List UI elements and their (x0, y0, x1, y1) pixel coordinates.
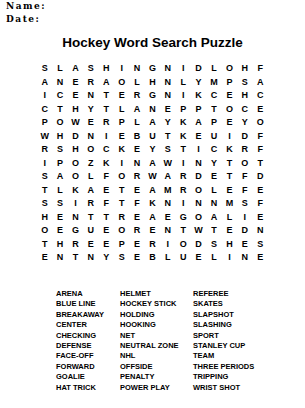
grid-cell: T (114, 184, 129, 198)
word-list-item: WRIST SHOT (193, 383, 283, 393)
grid-cell: E (37, 251, 52, 265)
grid-cell: K (68, 184, 83, 198)
word-list-item: DEFENSE (56, 341, 120, 351)
grid-cell: P (206, 116, 221, 130)
grid-cell: P (114, 116, 129, 130)
grid-cell: E (222, 184, 237, 198)
grid-cell: O (191, 184, 206, 198)
grid-cell: E (114, 130, 129, 144)
grid-cell: T (68, 251, 83, 265)
grid-cell: I (176, 89, 191, 103)
grid-cell: O (237, 157, 252, 171)
grid-cell: I (222, 251, 237, 265)
grid-cell: I (68, 197, 83, 211)
grid-cell: A (37, 76, 52, 90)
grid-cell: H (237, 62, 252, 76)
grid-cell: R (37, 143, 52, 157)
grid-cell: Y (160, 116, 175, 130)
word-list-item: HOCKEY STICK (120, 299, 193, 309)
grid-cell: T (52, 103, 67, 117)
grid-cell: E (99, 184, 114, 198)
grid-cell: N (160, 224, 175, 238)
grid-cell: N (237, 251, 252, 265)
grid-cell: E (160, 103, 175, 117)
grid-cell: E (68, 76, 83, 90)
word-list-item: GOALIE (56, 372, 120, 382)
grid-cell: R (83, 76, 98, 90)
grid-cell: L (114, 103, 129, 117)
grid-cell: N (206, 197, 221, 211)
grid-cell: I (37, 89, 52, 103)
grid-cell: Y (237, 116, 252, 130)
grid-cell: T (222, 157, 237, 171)
word-list-item: TEAM (193, 351, 283, 361)
grid-cell: A (52, 170, 67, 184)
grid-cell: A (160, 170, 175, 184)
word-list-item: NET (120, 331, 193, 341)
grid-cell: T (37, 238, 52, 252)
grid-cell: U (145, 130, 160, 144)
grid-cell: T (99, 89, 114, 103)
grid-cell: I (99, 130, 114, 144)
grid-cell: F (99, 170, 114, 184)
grid-cell: S (114, 251, 129, 265)
grid-cell: G (145, 62, 160, 76)
grid-cell: E (252, 103, 267, 117)
word-list-item: SLASHING (193, 320, 283, 330)
grid-cell: O (222, 103, 237, 117)
grid-cell: I (176, 197, 191, 211)
grid-cell: E (129, 251, 144, 265)
grid-cell: D (191, 62, 206, 76)
grid-cell: U (176, 251, 191, 265)
word-list-item: SKATES (193, 299, 283, 309)
grid-cell: Z (83, 157, 98, 171)
grid-cell: O (83, 143, 98, 157)
grid-cell: E (191, 251, 206, 265)
grid-cell: Y (206, 157, 221, 171)
word-search-grid: SLASHINGNIDLOHFANERAOLHNLYMPSAICENTERGNI… (37, 62, 268, 265)
grid-cell: N (145, 103, 160, 117)
grid-cell: K (176, 116, 191, 130)
word-list-column: ARENABLUE LINEBREAKAWAYCENTERCHECKINGDEF… (56, 289, 120, 393)
grid-cell: E (129, 238, 144, 252)
grid-cell: I (160, 238, 175, 252)
word-list-item: TRIPPING (193, 372, 283, 382)
grid-cell: A (206, 211, 221, 225)
grid-cell: P (191, 103, 206, 117)
grid-cell: E (222, 89, 237, 103)
grid-cell: H (145, 76, 160, 90)
grid-cell: E (160, 211, 175, 225)
grid-cell: R (176, 170, 191, 184)
grid-cell: E (191, 130, 206, 144)
grid-cell: E (206, 170, 221, 184)
grid-cell: I (176, 157, 191, 171)
grid-cell: L (129, 76, 144, 90)
grid-cell: F (252, 130, 267, 144)
grid-cell: E (237, 238, 252, 252)
word-list-item: HOOKING (120, 320, 193, 330)
grid-cell: H (52, 130, 67, 144)
word-list-item: HELMET (120, 289, 193, 299)
grid-cell: P (52, 157, 67, 171)
grid-cell: R (114, 211, 129, 225)
word-list-item: OFFSIDE (120, 362, 193, 372)
grid-cell: N (129, 62, 144, 76)
grid-cell: W (191, 224, 206, 238)
word-list: ARENABLUE LINEBREAKAWAYCENTERCHECKINGDEF… (56, 289, 283, 393)
grid-cell: U (83, 224, 98, 238)
grid-cell: E (222, 116, 237, 130)
word-list-column: REFEREESKATESSLAPSHOTSLASHINGSPORTSTANLE… (193, 289, 283, 393)
grid-cell: D (237, 224, 252, 238)
grid-cell: R (83, 197, 98, 211)
grid-cell: Y (145, 143, 160, 157)
grid-cell: D (191, 170, 206, 184)
grid-cell: A (99, 76, 114, 90)
grid-cell: O (52, 116, 67, 130)
grid-cell: N (160, 62, 175, 76)
grid-cell: L (206, 184, 221, 198)
grid-cell: S (160, 143, 175, 157)
grid-cell: A (145, 184, 160, 198)
grid-cell: R (129, 89, 144, 103)
word-list-item: HAT TRICK (56, 383, 120, 393)
word-list-item: STANLEY CUP (193, 341, 283, 351)
date-label: Date: (6, 14, 40, 24)
grid-cell: E (252, 251, 267, 265)
grid-cell: R (237, 143, 252, 157)
grid-cell: E (129, 211, 144, 225)
grid-cell: M (222, 197, 237, 211)
grid-cell: T (222, 170, 237, 184)
grid-cell: O (176, 238, 191, 252)
grid-cell: L (52, 62, 67, 76)
grid-cell: I (176, 62, 191, 76)
grid-cell: A (83, 184, 98, 198)
grid-cell: U (206, 130, 221, 144)
grid-cell: P (37, 116, 52, 130)
grid-cell: E (83, 116, 98, 130)
grid-cell: N (83, 130, 98, 144)
grid-cell: S (206, 238, 221, 252)
grid-cell: E (114, 89, 129, 103)
grid-cell: C (52, 89, 67, 103)
grid-cell: F (237, 170, 252, 184)
grid-cell: R (68, 238, 83, 252)
grid-cell: E (99, 224, 114, 238)
grid-cell: E (129, 184, 144, 198)
word-list-item: BLUE LINE (56, 299, 120, 309)
grid-cell: L (83, 170, 98, 184)
grid-cell: A (252, 76, 267, 90)
grid-cell: S (52, 197, 67, 211)
grid-cell: S (237, 197, 252, 211)
grid-cell: O (68, 170, 83, 184)
grid-cell: C (206, 143, 221, 157)
grid-cell: C (37, 103, 52, 117)
grid-cell: I (237, 211, 252, 225)
grid-cell: T (206, 103, 221, 117)
word-list-item: NHL (120, 351, 193, 361)
grid-cell: G (68, 224, 83, 238)
grid-cell: I (191, 143, 206, 157)
grid-cell: R (129, 224, 144, 238)
grid-cell: D (237, 130, 252, 144)
word-list-item: ARENA (56, 289, 120, 299)
grid-cell: E (99, 238, 114, 252)
grid-cell: A (145, 116, 160, 130)
grid-cell: O (114, 76, 129, 90)
grid-cell: L (52, 184, 67, 198)
grid-cell: S (37, 62, 52, 76)
grid-cell: E (52, 211, 67, 225)
grid-cell: A (191, 116, 206, 130)
grid-cell: N (252, 224, 267, 238)
grid-cell: C (206, 89, 221, 103)
grid-cell: A (145, 211, 160, 225)
grid-cell: Y (99, 251, 114, 265)
page-title: Hockey Word Search Puzzle (0, 35, 305, 50)
grid-cell: R (129, 170, 144, 184)
grid-cell: R (145, 238, 160, 252)
grid-cell: S (37, 197, 52, 211)
word-list-item: HOLDING (120, 310, 193, 320)
word-list-item: THREE PERIODS (193, 362, 283, 372)
grid-cell: O (252, 116, 267, 130)
grid-cell: L (222, 211, 237, 225)
grid-cell: N (160, 89, 175, 103)
grid-cell: T (206, 224, 221, 238)
grid-cell: H (52, 238, 67, 252)
grid-cell: F (252, 143, 267, 157)
grid-cell: C (99, 143, 114, 157)
word-list-item: POWER PLAY (120, 383, 193, 393)
grid-cell: B (129, 130, 144, 144)
grid-cell: N (83, 251, 98, 265)
grid-cell: K (114, 143, 129, 157)
grid-cell: O (222, 62, 237, 76)
word-list-item: FORWARD (56, 362, 120, 372)
grid-cell: G (176, 211, 191, 225)
word-list-item: NEUTRAL ZONE (120, 341, 193, 351)
grid-cell: K (222, 143, 237, 157)
grid-cell: F (252, 197, 267, 211)
grid-cell: A (145, 157, 160, 171)
grid-cell: F (99, 197, 114, 211)
grid-cell: B (145, 251, 160, 265)
grid-cell: N (68, 211, 83, 225)
grid-cell: R (176, 184, 191, 198)
grid-cell: R (99, 116, 114, 130)
grid-cell: G (145, 89, 160, 103)
grid-cell: D (68, 130, 83, 144)
grid-cell: L (206, 251, 221, 265)
word-list-item: SLAPSHOT (193, 310, 283, 320)
grid-cell: L (160, 251, 175, 265)
grid-cell: T (160, 130, 175, 144)
word-list-item: FACE-OFF (56, 351, 120, 361)
grid-cell: P (114, 238, 129, 252)
grid-cell: H (222, 238, 237, 252)
grid-cell: I (114, 157, 129, 171)
grid-cell: N (83, 89, 98, 103)
grid-cell: H (99, 62, 114, 76)
grid-cell: O (114, 224, 129, 238)
grid-cell: T (37, 184, 52, 198)
grid-cell: E (252, 184, 267, 198)
grid-cell: D (252, 170, 267, 184)
word-list-item: SPORT (193, 331, 283, 341)
grid-cell: E (129, 143, 144, 157)
grid-cell: E (222, 224, 237, 238)
grid-cell: N (191, 197, 206, 211)
grid-cell: I (222, 130, 237, 144)
grid-cell: S (52, 143, 67, 157)
grid-cell: N (160, 197, 175, 211)
grid-cell: P (176, 103, 191, 117)
grid-cell: F (237, 184, 252, 198)
grid-cell: W (145, 170, 160, 184)
grid-cell: T (99, 103, 114, 117)
grid-cell: L (206, 62, 221, 76)
grid-cell: Y (83, 103, 98, 117)
grid-cell: K (191, 89, 206, 103)
grid-cell: D (191, 238, 206, 252)
name-label: Name: (6, 1, 46, 11)
grid-cell: K (176, 130, 191, 144)
grid-cell: W (68, 116, 83, 130)
word-list-column: HELMETHOCKEY STICKHOLDINGHOOKINGNETNEUTR… (120, 289, 193, 393)
grid-cell: N (52, 76, 67, 90)
word-list-item: REFEREE (193, 289, 283, 299)
grid-cell: M (206, 76, 221, 90)
grid-cell: S (237, 76, 252, 90)
grid-cell: T (176, 224, 191, 238)
grid-cell: O (68, 157, 83, 171)
grid-cell: I (114, 62, 129, 76)
grid-cell: F (129, 197, 144, 211)
grid-cell: N (160, 76, 175, 90)
grid-cell: N (129, 157, 144, 171)
grid-cell: I (37, 157, 52, 171)
grid-cell: A (129, 103, 144, 117)
grid-cell: E (145, 224, 160, 238)
grid-cell: E (52, 224, 67, 238)
grid-cell: C (252, 89, 267, 103)
grid-cell: H (68, 103, 83, 117)
grid-cell: W (160, 157, 175, 171)
grid-cell: K (145, 197, 160, 211)
grid-cell: O (114, 170, 129, 184)
grid-cell: N (52, 251, 67, 265)
grid-cell: N (191, 157, 206, 171)
grid-cell: E (68, 89, 83, 103)
grid-cell: H (237, 89, 252, 103)
grid-cell: O (37, 224, 52, 238)
grid-cell: H (68, 143, 83, 157)
grid-cell: T (99, 211, 114, 225)
grid-cell: W (37, 130, 52, 144)
grid-cell: P (222, 76, 237, 90)
grid-cell: T (83, 211, 98, 225)
grid-cell: H (37, 211, 52, 225)
grid-cell: C (237, 103, 252, 117)
grid-cell: K (99, 157, 114, 171)
grid-cell: M (160, 184, 175, 198)
word-list-item: PENALTY (120, 372, 193, 382)
grid-cell: Y (191, 76, 206, 90)
grid-cell: S (37, 170, 52, 184)
grid-cell: T (176, 143, 191, 157)
grid-cell: S (83, 62, 98, 76)
grid-cell: E (83, 238, 98, 252)
grid-cell: A (68, 62, 83, 76)
grid-cell: F (252, 62, 267, 76)
grid-cell: S (252, 238, 267, 252)
grid-cell: T (252, 157, 267, 171)
grid-cell: L (176, 76, 191, 90)
grid-cell: T (114, 197, 129, 211)
word-list-item: CHECKING (56, 331, 120, 341)
grid-cell: E (252, 211, 267, 225)
word-list-item: CENTER (56, 320, 120, 330)
word-list-item: BREAKAWAY (56, 310, 120, 320)
grid-cell: L (129, 116, 144, 130)
grid-cell: O (191, 211, 206, 225)
